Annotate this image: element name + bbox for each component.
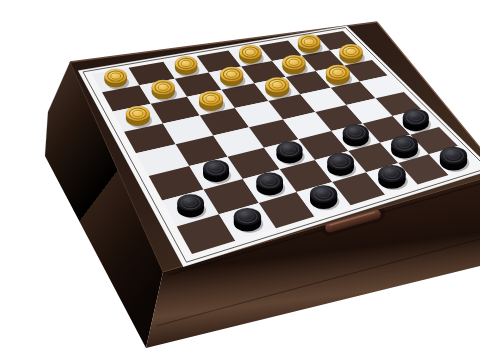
checker-black-d8 bbox=[310, 185, 339, 210]
checker-black-h8 bbox=[440, 147, 470, 172]
checkers-box-scene bbox=[40, 16, 480, 352]
checker-black-a7 bbox=[177, 194, 206, 219]
checker-black-f8 bbox=[378, 165, 407, 190]
checkers-box-photo bbox=[40, 16, 480, 352]
checker-black-b8 bbox=[234, 208, 263, 233]
